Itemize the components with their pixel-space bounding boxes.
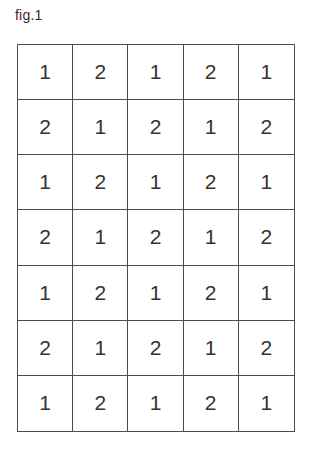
grid-cell-r4c3: 2 (128, 210, 183, 265)
grid-cell-r3c2: 2 (73, 155, 128, 210)
grid-cell-r2c5: 2 (239, 100, 294, 155)
grid-cell-r5c4: 2 (184, 266, 239, 321)
grid-cell-r3c4: 2 (184, 155, 239, 210)
grid-cell-r4c1: 2 (18, 210, 73, 265)
grid-cell-r2c1: 2 (18, 100, 73, 155)
grid-cell-r5c5: 1 (239, 266, 294, 321)
grid-cell-r5c3: 1 (128, 266, 183, 321)
grid-cell-r4c4: 1 (184, 210, 239, 265)
grid-cell-r7c5: 1 (239, 376, 294, 431)
grid-cell-r7c3: 1 (128, 376, 183, 431)
grid-cell-r1c2: 2 (73, 45, 128, 100)
grid-cell-r7c4: 2 (184, 376, 239, 431)
grid-cell-r6c2: 1 (73, 321, 128, 376)
grid-cell-r6c3: 2 (128, 321, 183, 376)
figure-label: fig.1 (15, 7, 42, 23)
grid-cell-r3c3: 1 (128, 155, 183, 210)
grid-cell-r1c1: 1 (18, 45, 73, 100)
grid-cell-r5c1: 1 (18, 266, 73, 321)
grid-cell-r6c5: 2 (239, 321, 294, 376)
grid-cell-r2c2: 1 (73, 100, 128, 155)
grid-cell-r4c5: 2 (239, 210, 294, 265)
grid-cell-r6c1: 2 (18, 321, 73, 376)
grid-cell-r1c4: 2 (184, 45, 239, 100)
grid-cell-r1c5: 1 (239, 45, 294, 100)
grid-cell-r2c3: 2 (128, 100, 183, 155)
grid-cell-r5c2: 2 (73, 266, 128, 321)
grid-cell-r4c2: 1 (73, 210, 128, 265)
grid-cell-r7c1: 1 (18, 376, 73, 431)
grid-cell-r6c4: 1 (184, 321, 239, 376)
grid-cell-r7c2: 2 (73, 376, 128, 431)
grid-cell-r2c4: 1 (184, 100, 239, 155)
grid-cell-r3c5: 1 (239, 155, 294, 210)
grid-cell-r3c1: 1 (18, 155, 73, 210)
grid-cell-r1c3: 1 (128, 45, 183, 100)
number-grid: 12121212121212121212121212121212121 (17, 44, 295, 432)
